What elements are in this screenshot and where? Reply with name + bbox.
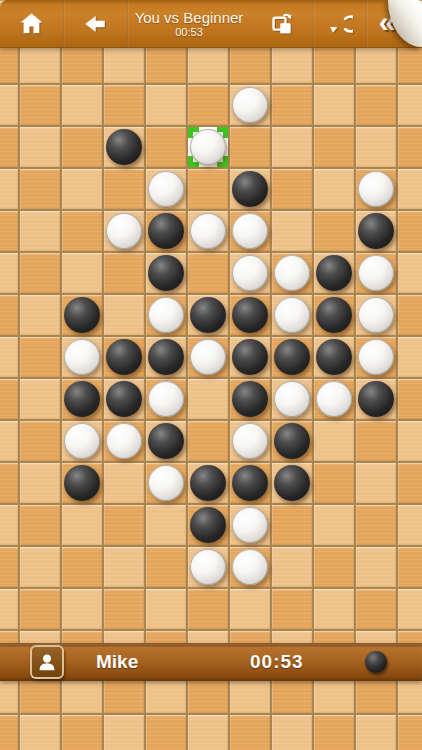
- board-cell[interactable]: [356, 379, 396, 419]
- white-stone: [358, 297, 394, 333]
- board-cell[interactable]: [62, 295, 102, 335]
- white-stone: [106, 213, 142, 249]
- white-stone: [190, 339, 226, 375]
- board-cell[interactable]: [20, 337, 60, 377]
- match-timer: 00:53: [175, 26, 203, 39]
- white-stone: [232, 87, 268, 123]
- board-cell[interactable]: [356, 505, 396, 545]
- board-cell[interactable]: [398, 715, 422, 750]
- white-stone: [106, 423, 142, 459]
- black-stone: [148, 213, 184, 249]
- board-cell[interactable]: [146, 379, 186, 419]
- board-cell[interactable]: [272, 379, 312, 419]
- board-cell[interactable]: [314, 547, 354, 587]
- board-cell[interactable]: [272, 127, 312, 167]
- black-stone: [148, 339, 184, 375]
- board-cell[interactable]: [272, 505, 312, 545]
- board-cell[interactable]: [188, 253, 228, 293]
- board-cell[interactable]: [62, 547, 102, 587]
- board-cell[interactable]: [0, 379, 18, 419]
- board-cell[interactable]: [0, 337, 18, 377]
- board-cell[interactable]: [272, 211, 312, 251]
- board-cell[interactable]: [20, 295, 60, 335]
- board-cell[interactable]: [272, 169, 312, 209]
- board-cell[interactable]: [20, 253, 60, 293]
- board-cell[interactable]: [230, 589, 270, 629]
- board-cell[interactable]: [398, 295, 422, 335]
- white-stone: [148, 171, 184, 207]
- board-cell[interactable]: [272, 547, 312, 587]
- board-cell[interactable]: [314, 295, 354, 335]
- board-cell[interactable]: [146, 253, 186, 293]
- board-cell[interactable]: [146, 421, 186, 461]
- white-stone: [148, 381, 184, 417]
- board-cell[interactable]: [146, 337, 186, 377]
- board-cell[interactable]: [314, 421, 354, 461]
- board-cell[interactable]: [62, 379, 102, 419]
- board-cell[interactable]: [20, 463, 60, 503]
- board-cell[interactable]: [398, 85, 422, 125]
- board-cell[interactable]: [62, 715, 102, 750]
- board-cell[interactable]: [314, 589, 354, 629]
- board-cell[interactable]: [398, 463, 422, 503]
- back-arrow-icon: [82, 11, 108, 37]
- board-cell[interactable]: [20, 421, 60, 461]
- board-cell[interactable]: [104, 589, 144, 629]
- board-cell[interactable]: [398, 211, 422, 251]
- white-stone: [316, 381, 352, 417]
- board-cell[interactable]: [188, 547, 228, 587]
- black-stone: [232, 171, 268, 207]
- black-stone: [274, 423, 310, 459]
- board-cell[interactable]: [356, 589, 396, 629]
- board-cell[interactable]: [104, 463, 144, 503]
- board-cell[interactable]: [104, 337, 144, 377]
- board-cell[interactable]: [188, 421, 228, 461]
- white-stone: [274, 381, 310, 417]
- board-cell[interactable]: [20, 43, 60, 83]
- board-cell[interactable]: [230, 379, 270, 419]
- restart-button[interactable]: [313, 0, 366, 47]
- board-cell[interactable]: [314, 253, 354, 293]
- board-cell[interactable]: [62, 253, 102, 293]
- board-cell[interactable]: [62, 421, 102, 461]
- board-cell[interactable]: [230, 169, 270, 209]
- white-stone: [232, 549, 268, 585]
- board-cell[interactable]: [356, 421, 396, 461]
- black-stone: [358, 213, 394, 249]
- board-cell[interactable]: [104, 379, 144, 419]
- board-cell[interactable]: [272, 463, 312, 503]
- white-stone: [232, 213, 268, 249]
- board-cell[interactable]: [398, 127, 422, 167]
- board-cell[interactable]: [188, 589, 228, 629]
- board-cell[interactable]: [314, 337, 354, 377]
- board-cell[interactable]: [398, 169, 422, 209]
- board-cell[interactable]: [398, 421, 422, 461]
- black-stone: [316, 339, 352, 375]
- board-cell[interactable]: [0, 85, 18, 125]
- board-cell[interactable]: [62, 85, 102, 125]
- white-stone: [148, 465, 184, 501]
- board-cell[interactable]: [20, 127, 60, 167]
- board-cell[interactable]: [314, 463, 354, 503]
- board-cell[interactable]: [398, 253, 422, 293]
- share-icon: [269, 11, 295, 37]
- board-cell[interactable]: [230, 337, 270, 377]
- board-cell[interactable]: [356, 547, 396, 587]
- black-stone: [148, 255, 184, 291]
- board-cell[interactable]: [62, 211, 102, 251]
- board-cell[interactable]: [230, 295, 270, 335]
- board-cell[interactable]: [314, 715, 354, 750]
- black-stone: [232, 297, 268, 333]
- black-stone: [190, 297, 226, 333]
- board-cell[interactable]: [272, 715, 312, 750]
- board-cell[interactable]: [188, 85, 228, 125]
- board-cell[interactable]: [272, 85, 312, 125]
- board-cell[interactable]: [0, 421, 18, 461]
- board-cell[interactable]: [146, 589, 186, 629]
- board-cell[interactable]: [314, 127, 354, 167]
- board-cell[interactable]: [62, 337, 102, 377]
- board-cell[interactable]: [0, 253, 18, 293]
- top-bar: You vs Beginner 00:53 «: [0, 0, 422, 48]
- white-stone: [358, 171, 394, 207]
- board-cell[interactable]: [104, 43, 144, 83]
- board-cell[interactable]: [104, 85, 144, 125]
- board-cell[interactable]: [0, 547, 18, 587]
- board-cell[interactable]: [62, 589, 102, 629]
- board-cell[interactable]: [272, 589, 312, 629]
- board-cell[interactable]: [272, 43, 312, 83]
- board-cell[interactable]: [398, 505, 422, 545]
- black-stone: [190, 465, 226, 501]
- board-cell[interactable]: [62, 43, 102, 83]
- board-cell[interactable]: [146, 715, 186, 750]
- board-cell[interactable]: [314, 169, 354, 209]
- board-cell[interactable]: [0, 127, 18, 167]
- board-cell[interactable]: [104, 169, 144, 209]
- white-stone: [190, 129, 226, 165]
- board-cell[interactable]: [20, 211, 60, 251]
- board-cell[interactable]: [230, 505, 270, 545]
- board-cell[interactable]: [272, 295, 312, 335]
- board-cell[interactable]: [104, 505, 144, 545]
- board-cell[interactable]: [146, 505, 186, 545]
- player-name: Mike: [96, 651, 138, 673]
- match-title: You vs Beginner: [135, 9, 244, 26]
- board-cell[interactable]: [356, 715, 396, 750]
- white-stone: [190, 549, 226, 585]
- board-cell[interactable]: [314, 211, 354, 251]
- black-stone: [106, 339, 142, 375]
- board-cell[interactable]: [230, 421, 270, 461]
- board-cell[interactable]: [0, 295, 18, 335]
- board-cell[interactable]: [188, 169, 228, 209]
- player-timer: 00:53: [250, 651, 304, 673]
- black-stone: [64, 381, 100, 417]
- board-cell[interactable]: [398, 379, 422, 419]
- board-cell[interactable]: [188, 715, 228, 750]
- board-cell[interactable]: [0, 43, 18, 83]
- board-cell[interactable]: [230, 43, 270, 83]
- board-cell[interactable]: [20, 589, 60, 629]
- board-cell[interactable]: [0, 463, 18, 503]
- black-stone: [316, 297, 352, 333]
- board-cell[interactable]: [272, 421, 312, 461]
- player-avatar: [30, 645, 64, 679]
- board-cell[interactable]: [230, 85, 270, 125]
- board-cell[interactable]: [398, 43, 422, 83]
- board-cell[interactable]: [230, 715, 270, 750]
- white-stone: [274, 255, 310, 291]
- board-cell[interactable]: [0, 715, 18, 750]
- person-icon: [36, 651, 58, 673]
- board-cell[interactable]: [398, 547, 422, 587]
- board-cell[interactable]: [104, 127, 144, 167]
- white-stone: [148, 297, 184, 333]
- black-stone: [148, 423, 184, 459]
- board-cell[interactable]: [188, 337, 228, 377]
- board-cell[interactable]: [146, 85, 186, 125]
- restart-icon: [327, 11, 353, 37]
- app-screen: You vs Beginner 00:53 «: [0, 0, 422, 750]
- black-stone: [232, 465, 268, 501]
- black-stone: [64, 297, 100, 333]
- board-cell[interactable]: [230, 547, 270, 587]
- board-cell[interactable]: [20, 85, 60, 125]
- board-cell[interactable]: [146, 43, 186, 83]
- board-cell[interactable]: [398, 337, 422, 377]
- board-cell[interactable]: [146, 169, 186, 209]
- board-cell[interactable]: [356, 253, 396, 293]
- board-cell[interactable]: [62, 127, 102, 167]
- board-cell[interactable]: [104, 211, 144, 251]
- board-cell[interactable]: [272, 253, 312, 293]
- board-cell[interactable]: [62, 169, 102, 209]
- board-cell[interactable]: [146, 547, 186, 587]
- board-cell[interactable]: [0, 169, 18, 209]
- board-cell[interactable]: [230, 253, 270, 293]
- player-bar: Mike 00:53: [0, 643, 422, 681]
- black-stone: [232, 381, 268, 417]
- white-stone: [190, 213, 226, 249]
- board-cell[interactable]: [104, 547, 144, 587]
- board-cell[interactable]: [356, 43, 396, 83]
- board-cell[interactable]: [314, 85, 354, 125]
- white-stone: [232, 255, 268, 291]
- board-cell[interactable]: [104, 295, 144, 335]
- match-title-block: You vs Beginner 00:53: [127, 0, 251, 47]
- board-cell[interactable]: [62, 463, 102, 503]
- board-cell[interactable]: [20, 169, 60, 209]
- board-cell[interactable]: [272, 337, 312, 377]
- board-cell[interactable]: [188, 379, 228, 419]
- board-cell[interactable]: [104, 715, 144, 750]
- white-stone: [232, 423, 268, 459]
- board-cell[interactable]: [0, 589, 18, 629]
- board-cell[interactable]: [188, 127, 228, 167]
- board-cell[interactable]: [20, 547, 60, 587]
- white-stone: [358, 339, 394, 375]
- board-cell[interactable]: [146, 463, 186, 503]
- black-stone: [316, 255, 352, 291]
- board-cell[interactable]: [398, 589, 422, 629]
- black-stone: [274, 465, 310, 501]
- board-cell[interactable]: [356, 295, 396, 335]
- black-stone: [64, 465, 100, 501]
- board-cell[interactable]: [104, 421, 144, 461]
- board-cell[interactable]: [356, 463, 396, 503]
- board-cell[interactable]: [146, 211, 186, 251]
- share-button[interactable]: [251, 0, 313, 47]
- board-cell[interactable]: [188, 505, 228, 545]
- board-cell[interactable]: [314, 379, 354, 419]
- board-cell[interactable]: [356, 211, 396, 251]
- board-cell[interactable]: [356, 169, 396, 209]
- board-cell[interactable]: [188, 211, 228, 251]
- board-cell[interactable]: [356, 127, 396, 167]
- black-stone: [274, 339, 310, 375]
- board-cell[interactable]: [146, 127, 186, 167]
- turn-indicator-black-stone: [365, 651, 387, 673]
- board-cell[interactable]: [314, 43, 354, 83]
- white-stone: [358, 255, 394, 291]
- board-cell[interactable]: [20, 715, 60, 750]
- board-cell[interactable]: [356, 85, 396, 125]
- board-cell[interactable]: [20, 505, 60, 545]
- black-stone: [106, 129, 142, 165]
- board-cell[interactable]: [62, 505, 102, 545]
- white-stone: [64, 423, 100, 459]
- board-cell[interactable]: [104, 253, 144, 293]
- board-cell[interactable]: [188, 43, 228, 83]
- white-stone: [232, 507, 268, 543]
- board-cell[interactable]: [230, 211, 270, 251]
- black-stone: [358, 381, 394, 417]
- game-board: [0, 1, 422, 750]
- board-cell[interactable]: [146, 295, 186, 335]
- black-stone: [190, 507, 226, 543]
- white-stone: [64, 339, 100, 375]
- home-button[interactable]: [0, 0, 63, 47]
- board-cell[interactable]: [356, 337, 396, 377]
- board-cell[interactable]: [230, 463, 270, 503]
- black-stone: [232, 339, 268, 375]
- board-cell[interactable]: [20, 379, 60, 419]
- board-cell[interactable]: [314, 505, 354, 545]
- black-stone: [106, 381, 142, 417]
- white-stone: [274, 297, 310, 333]
- board-cell[interactable]: [0, 505, 18, 545]
- board-cell[interactable]: [230, 127, 270, 167]
- home-icon: [18, 10, 45, 37]
- board-cell[interactable]: [0, 211, 18, 251]
- back-button[interactable]: [63, 0, 127, 47]
- board-cell[interactable]: [188, 295, 228, 335]
- board-cell[interactable]: [188, 463, 228, 503]
